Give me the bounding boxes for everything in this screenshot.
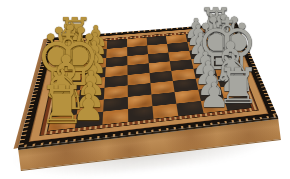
piece-black-pawn-h7[interactable]: ♟ [199,78,230,112]
chess-set-photo: ♜♞♝♛♚♝♞♜♟♟♟♟♟♟♟♟♟♟♟♟♟♟♟♟♜♞♝♛♚♝♞♜ [0,0,290,179]
square-h4[interactable] [128,106,154,122]
square-h3[interactable] [102,109,128,125]
piece-white-rook-h1[interactable]: ♜ [38,79,85,131]
square-h5[interactable] [152,103,178,118]
